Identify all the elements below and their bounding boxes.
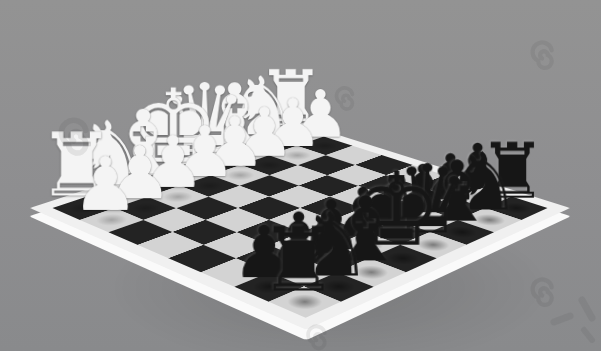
white-rook: ♜ — [213, 61, 368, 139]
board-grid: ♜♟♟♜♞♟♟♞♝♟♟♝♛♟♟♛♚♟♟♚♝♟♟♝♞♟♟♞♜♟♟♜ — [53, 128, 548, 318]
white-knight: ♞ — [22, 110, 199, 199]
square-g3 — [143, 208, 206, 232]
watermark-spiral-icon — [45, 108, 107, 170]
square-g1: ♞ — [87, 186, 148, 208]
watermark-spiral-icon — [520, 33, 568, 81]
board-perspective-wrapper: ♜♟♟♜♞♟♟♞♝♟♟♝♛♟♟♛♚♟♟♚♝♟♟♝♞♟♟♞♜♟♟♜ — [109, 17, 491, 351]
watermark-dashes-icon — [548, 296, 600, 350]
chess-board: ♜♟♟♜♞♟♟♞♝♟♟♝♛♟♟♛♚♟♟♚♝♟♟♝♞♟♟♞♜♟♟♜ — [30, 121, 570, 329]
render-scene: ♜♟♟♜♞♟♟♞♝♟♟♝♛♟♟♛♚♟♟♚♝♟♟♝♞♟♟♞♜♟♟♜ — [0, 0, 601, 351]
